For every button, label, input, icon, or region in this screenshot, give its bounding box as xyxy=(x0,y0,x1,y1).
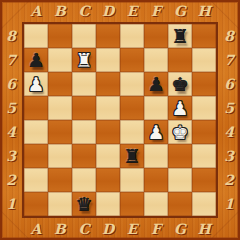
square-h3[interactable] xyxy=(192,144,216,168)
square-a8[interactable] xyxy=(24,24,48,48)
square-a1[interactable] xyxy=(24,192,48,216)
piece-white-pawn[interactable]: ♟ xyxy=(24,72,48,96)
square-c3[interactable] xyxy=(72,144,96,168)
square-b2[interactable] xyxy=(48,168,72,192)
square-f8[interactable] xyxy=(144,24,168,48)
square-e7[interactable] xyxy=(120,48,144,72)
square-f7[interactable] xyxy=(144,48,168,72)
piece-black-rook[interactable]: ♜ xyxy=(168,24,192,48)
square-g1[interactable] xyxy=(168,192,192,216)
file-label-f: F xyxy=(144,0,168,22)
square-b8[interactable] xyxy=(48,24,72,48)
file-label-e: E xyxy=(120,0,144,22)
square-a6[interactable]: ♟ xyxy=(24,72,48,96)
square-d5[interactable] xyxy=(96,96,120,120)
square-d6[interactable] xyxy=(96,72,120,96)
square-e8[interactable] xyxy=(120,24,144,48)
square-e4[interactable] xyxy=(120,120,144,144)
square-g4[interactable]: ♚ xyxy=(168,120,192,144)
square-f1[interactable] xyxy=(144,192,168,216)
piece-white-pawn[interactable]: ♟ xyxy=(144,120,168,144)
rank-label-3: 3 xyxy=(0,144,22,168)
rank-labels-left: 87654321 xyxy=(0,24,22,216)
square-b3[interactable] xyxy=(48,144,72,168)
rank-label-4: 4 xyxy=(0,120,22,144)
square-d2[interactable] xyxy=(96,168,120,192)
square-c1[interactable]: ♛ xyxy=(72,192,96,216)
square-h2[interactable] xyxy=(192,168,216,192)
square-c8[interactable] xyxy=(72,24,96,48)
square-g3[interactable] xyxy=(168,144,192,168)
square-c7[interactable]: ♜ xyxy=(72,48,96,72)
rank-label-1: 1 xyxy=(218,192,240,216)
square-c4[interactable] xyxy=(72,120,96,144)
square-d7[interactable] xyxy=(96,48,120,72)
rank-label-7: 7 xyxy=(0,48,22,72)
square-c6[interactable] xyxy=(72,72,96,96)
square-a7[interactable]: ♟ xyxy=(24,48,48,72)
square-g2[interactable] xyxy=(168,168,192,192)
rank-label-1: 1 xyxy=(0,192,22,216)
square-f5[interactable] xyxy=(144,96,168,120)
square-f4[interactable]: ♟ xyxy=(144,120,168,144)
square-f2[interactable] xyxy=(144,168,168,192)
square-a5[interactable] xyxy=(24,96,48,120)
rank-label-3: 3 xyxy=(218,144,240,168)
chess-board: ♜♟♜♟♟♚♟♟♚♜♛ xyxy=(22,22,218,218)
file-label-a: A xyxy=(24,0,48,22)
piece-black-rook[interactable]: ♜ xyxy=(120,144,144,168)
piece-black-queen[interactable]: ♛ xyxy=(72,192,96,216)
file-label-g: G xyxy=(168,218,192,240)
rank-label-6: 6 xyxy=(0,72,22,96)
rank-label-5: 5 xyxy=(0,96,22,120)
piece-white-pawn[interactable]: ♟ xyxy=(168,96,192,120)
file-labels-bottom: ABCDEFGH xyxy=(24,218,216,240)
square-g8[interactable]: ♜ xyxy=(168,24,192,48)
square-d4[interactable] xyxy=(96,120,120,144)
square-h8[interactable] xyxy=(192,24,216,48)
square-h4[interactable] xyxy=(192,120,216,144)
square-d1[interactable] xyxy=(96,192,120,216)
rank-label-5: 5 xyxy=(218,96,240,120)
square-f6[interactable]: ♟ xyxy=(144,72,168,96)
square-h5[interactable] xyxy=(192,96,216,120)
square-e6[interactable] xyxy=(120,72,144,96)
square-a2[interactable] xyxy=(24,168,48,192)
square-b1[interactable] xyxy=(48,192,72,216)
square-b5[interactable] xyxy=(48,96,72,120)
file-label-h: H xyxy=(192,218,216,240)
rank-labels-right: 87654321 xyxy=(218,24,240,216)
rank-label-2: 2 xyxy=(0,168,22,192)
square-b6[interactable] xyxy=(48,72,72,96)
square-g5[interactable]: ♟ xyxy=(168,96,192,120)
square-e5[interactable] xyxy=(120,96,144,120)
rank-label-4: 4 xyxy=(218,120,240,144)
square-a3[interactable] xyxy=(24,144,48,168)
rank-label-2: 2 xyxy=(218,168,240,192)
square-e2[interactable] xyxy=(120,168,144,192)
piece-black-king[interactable]: ♚ xyxy=(168,72,192,96)
file-label-c: C xyxy=(72,218,96,240)
square-c2[interactable] xyxy=(72,168,96,192)
piece-white-king[interactable]: ♚ xyxy=(168,120,192,144)
square-h6[interactable] xyxy=(192,72,216,96)
rank-label-8: 8 xyxy=(0,24,22,48)
square-g6[interactable]: ♚ xyxy=(168,72,192,96)
file-labels-top: ABCDEFGH xyxy=(24,0,216,22)
square-e1[interactable] xyxy=(120,192,144,216)
rank-label-7: 7 xyxy=(218,48,240,72)
rank-label-8: 8 xyxy=(218,24,240,48)
square-a4[interactable] xyxy=(24,120,48,144)
file-label-b: B xyxy=(48,0,72,22)
square-h7[interactable] xyxy=(192,48,216,72)
file-label-d: D xyxy=(96,218,120,240)
file-label-h: H xyxy=(192,0,216,22)
piece-white-rook[interactable]: ♜ xyxy=(72,48,96,72)
chess-app: ABCDEFGH ABCDEFGH 87654321 87654321 ♜♟♜♟… xyxy=(0,0,240,240)
file-label-e: E xyxy=(120,218,144,240)
rank-label-6: 6 xyxy=(218,72,240,96)
file-label-c: C xyxy=(72,0,96,22)
file-label-g: G xyxy=(168,0,192,22)
file-label-b: B xyxy=(48,218,72,240)
square-f3[interactable] xyxy=(144,144,168,168)
square-d3[interactable] xyxy=(96,144,120,168)
file-label-d: D xyxy=(96,0,120,22)
piece-black-pawn[interactable]: ♟ xyxy=(24,48,48,72)
file-label-f: F xyxy=(144,218,168,240)
piece-black-pawn[interactable]: ♟ xyxy=(144,72,168,96)
square-g7[interactable] xyxy=(168,48,192,72)
square-h1[interactable] xyxy=(192,192,216,216)
square-c5[interactable] xyxy=(72,96,96,120)
file-label-a: A xyxy=(24,218,48,240)
square-b7[interactable] xyxy=(48,48,72,72)
square-d8[interactable] xyxy=(96,24,120,48)
square-b4[interactable] xyxy=(48,120,72,144)
square-e3[interactable]: ♜ xyxy=(120,144,144,168)
